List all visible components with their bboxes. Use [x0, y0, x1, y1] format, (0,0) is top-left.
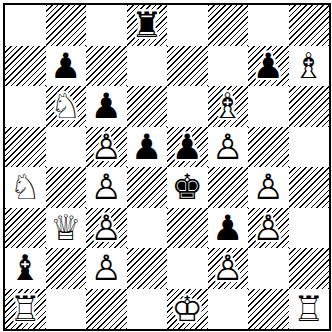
white-pawn-c2-piece: ♟♙: [86, 248, 127, 289]
white-pawn-g3-piece: ♟♙: [248, 208, 289, 249]
square-h2: [289, 248, 330, 289]
square-e5: ♟♟: [167, 127, 208, 168]
piece-glyph: ♙: [248, 208, 289, 249]
square-a8: [5, 5, 46, 46]
square-a7: [5, 46, 46, 87]
square-a1: ♜♖: [5, 289, 46, 330]
square-a6: [5, 86, 46, 127]
piece-glyph: ♟: [46, 46, 87, 87]
piece-glyph: ♖: [5, 289, 46, 330]
square-b6: ♞♘: [46, 86, 87, 127]
chess-board: ♜♜♟♟♟♟♝♗♞♘♟♟♝♗♟♙♟♟♟♟♟♙♞♘♟♙♚♚♟♙♛♕♟♙♟♟♟♙♝♝…: [3, 3, 331, 331]
piece-glyph: ♙: [86, 127, 127, 168]
square-e2: [167, 248, 208, 289]
piece-halo: ♟: [248, 208, 289, 249]
piece-glyph: ♕: [46, 208, 87, 249]
square-d8: ♜♜: [127, 5, 168, 46]
piece-halo: ♚: [167, 167, 208, 208]
white-pawn-c4-piece: ♟♙: [86, 167, 127, 208]
square-c5: ♟♙: [86, 127, 127, 168]
square-a3: [5, 208, 46, 249]
piece-halo: ♝: [208, 86, 249, 127]
piece-glyph: ♙: [86, 167, 127, 208]
square-d7: [127, 46, 168, 87]
square-f2: ♟♙: [208, 248, 249, 289]
square-g2: [248, 248, 289, 289]
piece-halo: ♟: [208, 248, 249, 289]
square-f1: [208, 289, 249, 330]
piece-glyph: ♟: [167, 127, 208, 168]
black-pawn-e5-piece: ♟♟: [167, 127, 208, 168]
piece-glyph: ♝: [5, 248, 46, 289]
black-king-e4-piece: ♚♚: [167, 167, 208, 208]
white-pawn-f5-piece: ♟♙: [208, 127, 249, 168]
piece-glyph: ♟: [248, 46, 289, 87]
square-g5: [248, 127, 289, 168]
piece-glyph: ♗: [208, 86, 249, 127]
square-h8: [289, 5, 330, 46]
square-c2: ♟♙: [86, 248, 127, 289]
white-knight-b6-piece: ♞♘: [46, 86, 87, 127]
square-b3: ♛♕: [46, 208, 87, 249]
white-bishop-f6-piece: ♝♗: [208, 86, 249, 127]
piece-glyph: ♟: [127, 127, 168, 168]
white-king-e1-piece: ♚♔: [167, 289, 208, 330]
piece-halo: ♟: [86, 167, 127, 208]
square-d2: [127, 248, 168, 289]
piece-glyph: ♗: [289, 46, 330, 87]
square-d6: [127, 86, 168, 127]
piece-halo: ♟: [46, 46, 87, 87]
piece-glyph: ♟: [86, 86, 127, 127]
square-b7: ♟♟: [46, 46, 87, 87]
piece-halo: ♛: [46, 208, 87, 249]
piece-halo: ♟: [208, 208, 249, 249]
square-a4: ♞♘: [5, 167, 46, 208]
white-knight-a4-piece: ♞♘: [5, 167, 46, 208]
black-pawn-d5-piece: ♟♟: [127, 127, 168, 168]
piece-halo: ♟: [248, 167, 289, 208]
square-e7: [167, 46, 208, 87]
square-b5: [46, 127, 87, 168]
square-e4: ♚♚: [167, 167, 208, 208]
piece-halo: ♟: [86, 127, 127, 168]
square-h6: [289, 86, 330, 127]
square-g1: [248, 289, 289, 330]
piece-halo: ♜: [289, 289, 330, 330]
piece-glyph: ♙: [86, 208, 127, 249]
white-pawn-g4-piece: ♟♙: [248, 167, 289, 208]
piece-glyph: ♙: [208, 127, 249, 168]
square-c1: [86, 289, 127, 330]
black-pawn-b7-piece: ♟♟: [46, 46, 87, 87]
piece-halo: ♝: [5, 248, 46, 289]
white-pawn-c5-piece: ♟♙: [86, 127, 127, 168]
square-f4: [208, 167, 249, 208]
square-g7: ♟♟: [248, 46, 289, 87]
square-e6: [167, 86, 208, 127]
piece-halo: ♜: [5, 289, 46, 330]
square-h1: ♜♖: [289, 289, 330, 330]
piece-halo: ♚: [167, 289, 208, 330]
square-f8: [208, 5, 249, 46]
piece-halo: ♜: [127, 5, 168, 46]
piece-halo: ♟: [208, 127, 249, 168]
piece-glyph: ♘: [5, 167, 46, 208]
piece-halo: ♟: [86, 86, 127, 127]
white-rook-h1-piece: ♜♖: [289, 289, 330, 330]
piece-glyph: ♙: [248, 167, 289, 208]
square-f7: [208, 46, 249, 87]
white-rook-a1-piece: ♜♖: [5, 289, 46, 330]
white-bishop-h7-piece: ♝♗: [289, 46, 330, 87]
piece-halo: ♟: [248, 46, 289, 87]
piece-glyph: ♖: [289, 289, 330, 330]
square-g4: ♟♙: [248, 167, 289, 208]
piece-glyph: ♙: [208, 248, 249, 289]
square-a5: [5, 127, 46, 168]
piece-halo: ♟: [127, 127, 168, 168]
square-a2: ♝♝: [5, 248, 46, 289]
piece-glyph: ♙: [86, 248, 127, 289]
square-d4: [127, 167, 168, 208]
square-g8: [248, 5, 289, 46]
black-pawn-c6-piece: ♟♟: [86, 86, 127, 127]
square-f6: ♝♗: [208, 86, 249, 127]
piece-glyph: ♟: [208, 208, 249, 249]
square-b4: [46, 167, 87, 208]
square-c4: ♟♙: [86, 167, 127, 208]
piece-glyph: ♜: [127, 5, 168, 46]
square-g6: [248, 86, 289, 127]
white-pawn-f2-piece: ♟♙: [208, 248, 249, 289]
chess-diagram-page: ♜♜♟♟♟♟♝♗♞♘♟♟♝♗♟♙♟♟♟♟♟♙♞♘♟♙♚♚♟♙♛♕♟♙♟♟♟♙♝♝…: [0, 0, 332, 332]
piece-glyph: ♘: [46, 86, 87, 127]
piece-glyph: ♚: [167, 167, 208, 208]
square-e8: [167, 5, 208, 46]
square-b1: [46, 289, 87, 330]
square-d5: ♟♟: [127, 127, 168, 168]
black-pawn-g7-piece: ♟♟: [248, 46, 289, 87]
square-f3: ♟♟: [208, 208, 249, 249]
square-c7: [86, 46, 127, 87]
square-h4: [289, 167, 330, 208]
white-pawn-c3-piece: ♟♙: [86, 208, 127, 249]
square-e1: ♚♔: [167, 289, 208, 330]
square-c8: [86, 5, 127, 46]
square-h3: [289, 208, 330, 249]
square-b8: [46, 5, 87, 46]
square-g3: ♟♙: [248, 208, 289, 249]
piece-halo: ♟: [167, 127, 208, 168]
black-bishop-a2-piece: ♝♝: [5, 248, 46, 289]
square-d1: [127, 289, 168, 330]
piece-halo: ♟: [86, 208, 127, 249]
square-h5: [289, 127, 330, 168]
square-b2: [46, 248, 87, 289]
square-d3: [127, 208, 168, 249]
piece-halo: ♟: [86, 248, 127, 289]
white-queen-b3-piece: ♛♕: [46, 208, 87, 249]
piece-halo: ♝: [289, 46, 330, 87]
piece-halo: ♞: [46, 86, 87, 127]
square-f5: ♟♙: [208, 127, 249, 168]
black-rook-d8-piece: ♜♜: [127, 5, 168, 46]
black-pawn-f3-piece: ♟♟: [208, 208, 249, 249]
square-e3: [167, 208, 208, 249]
piece-glyph: ♔: [167, 289, 208, 330]
square-c3: ♟♙: [86, 208, 127, 249]
square-c6: ♟♟: [86, 86, 127, 127]
square-h7: ♝♗: [289, 46, 330, 87]
piece-halo: ♞: [5, 167, 46, 208]
